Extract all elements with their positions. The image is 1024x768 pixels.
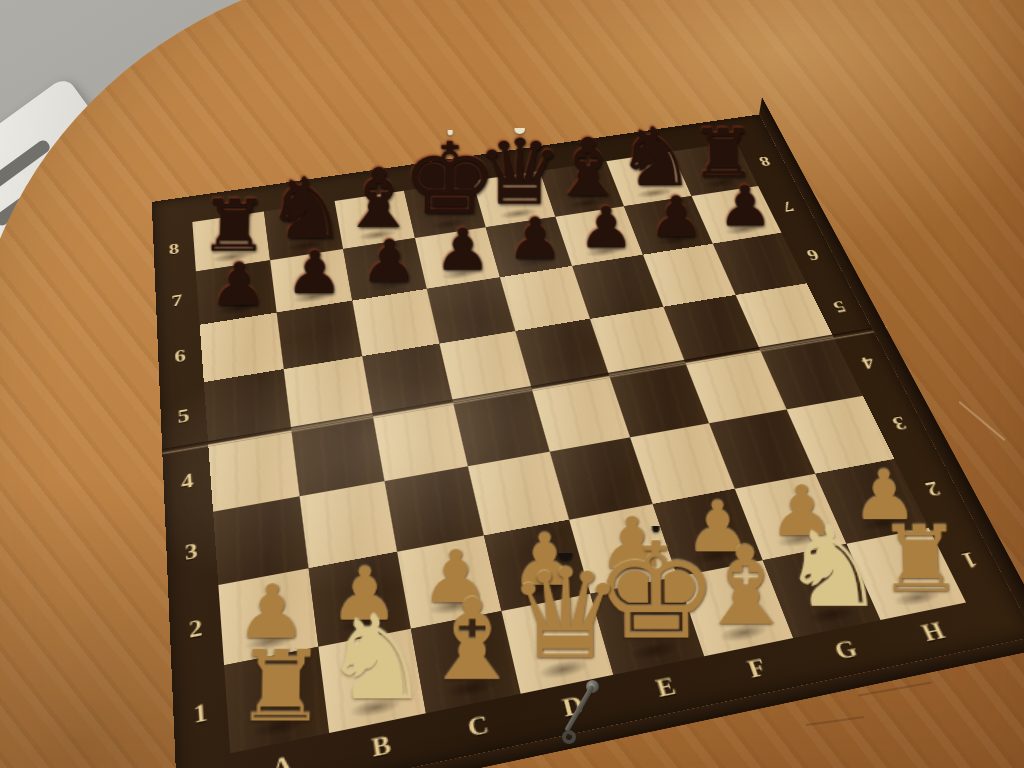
- king-finial-spike: [652, 512, 659, 532]
- rank-label-left-3: 3: [165, 512, 218, 595]
- black-pawn-glyph: ♟: [434, 221, 491, 279]
- piece-black-pawn-e7: ♟: [486, 217, 572, 278]
- queen-finial-ball: [558, 548, 572, 561]
- photo-scene: { "game": "chess", "scene": { "descripti…: [0, 0, 1024, 768]
- white-rook-glyph: ♜: [233, 638, 328, 736]
- black-pawn-glyph: ♟: [209, 255, 268, 314]
- black-pawn-glyph: ♟: [648, 189, 704, 245]
- black-pawn-glyph: ♟: [285, 244, 343, 303]
- black-pawn-glyph: ♟: [578, 200, 634, 257]
- queen-finial-ball: [514, 124, 525, 134]
- square-a6: [200, 313, 284, 383]
- white-knight-glyph: ♞: [321, 600, 433, 716]
- white-rook-glyph: ♜: [875, 515, 964, 606]
- king-finial-spike: [447, 121, 452, 136]
- rank-label-left-6: 6: [157, 325, 204, 390]
- board-latch: [574, 678, 634, 758]
- rank-label-left-7: 7: [155, 271, 200, 331]
- rank-label-left-4: 4: [162, 444, 213, 520]
- black-pawn-glyph: ♟: [507, 211, 563, 268]
- rank-label-left-1: 1: [172, 665, 231, 764]
- square-e7: ♟: [486, 217, 572, 278]
- white-bishop-glyph: ♝: [419, 585, 526, 697]
- black-pawn-glyph: ♟: [717, 179, 772, 235]
- rank-label-left-2: 2: [168, 585, 224, 675]
- black-pawn-glyph: ♟: [360, 233, 417, 291]
- rank-label-left-8: 8: [153, 222, 196, 278]
